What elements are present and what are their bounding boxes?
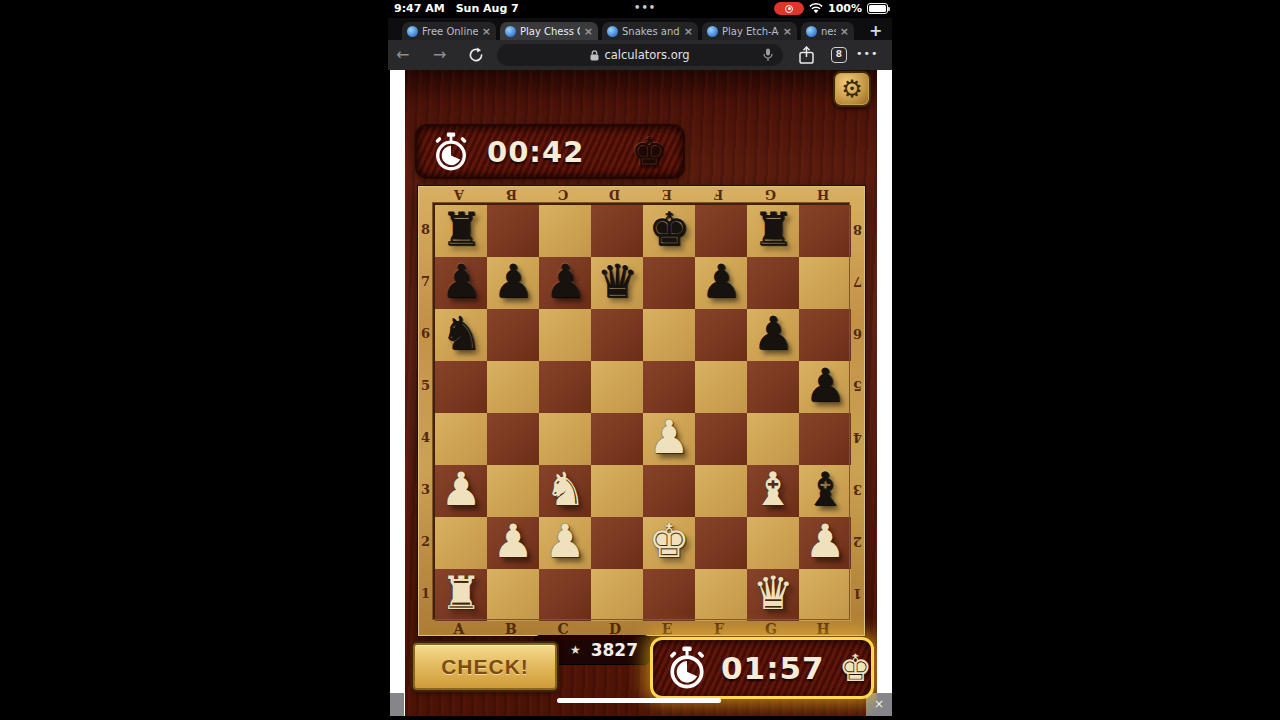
square-d2[interactable] bbox=[591, 517, 643, 569]
square-e7[interactable] bbox=[643, 257, 695, 309]
coord-label-1: 1 bbox=[853, 586, 862, 601]
square-g6[interactable]: ♟ bbox=[747, 309, 799, 361]
browser-menu-button[interactable]: ••• bbox=[856, 47, 878, 60]
screen-recording-indicator[interactable] bbox=[774, 2, 804, 15]
black-pawn-h5[interactable]: ♟ bbox=[804, 362, 845, 408]
white-pawn-e4[interactable]: ♟ bbox=[648, 414, 689, 460]
square-g7[interactable] bbox=[747, 257, 799, 309]
square-f4[interactable] bbox=[695, 413, 747, 465]
square-c7[interactable]: ♟ bbox=[539, 257, 591, 309]
tab-close-icon[interactable]: × bbox=[783, 25, 792, 38]
lock-icon bbox=[590, 50, 599, 61]
black-knight-a6[interactable]: ♞ bbox=[440, 310, 481, 356]
mic-icon[interactable] bbox=[763, 48, 773, 62]
tab-label: Play Etch-A-Se bbox=[722, 26, 779, 37]
tab-2[interactable]: Play Chess Onl× bbox=[500, 22, 598, 40]
forward-button[interactable]: → bbox=[433, 45, 446, 65]
coord-label-3: 3 bbox=[421, 482, 430, 497]
coord-label-d: D bbox=[609, 187, 620, 202]
tab-favicon-icon bbox=[505, 26, 516, 37]
square-f7[interactable]: ♟ bbox=[695, 257, 747, 309]
opponent-clock: 00:42 bbox=[487, 135, 584, 169]
black-bishop-h3[interactable]: ♝ bbox=[804, 466, 845, 512]
opponent-timer-panel: 00:42 ♚ bbox=[415, 124, 685, 179]
tab-bar: Free Online Bo×Play Chess Onl×Snakes and… bbox=[388, 18, 892, 40]
coord-label-5: 5 bbox=[421, 378, 430, 393]
square-b1[interactable] bbox=[487, 569, 539, 621]
files-top: ABCDEFGH bbox=[433, 186, 849, 203]
tab-close-icon[interactable]: × bbox=[840, 25, 849, 38]
square-a5[interactable] bbox=[435, 361, 487, 413]
score-value: 3827 bbox=[591, 640, 638, 660]
home-indicator[interactable] bbox=[557, 698, 721, 703]
tab-favicon-icon bbox=[806, 26, 817, 37]
black-rook-g8[interactable]: ♜ bbox=[752, 206, 793, 252]
coord-label-1: 1 bbox=[421, 586, 430, 601]
check-button[interactable]: CHECK! bbox=[413, 643, 557, 690]
new-tab-button[interactable]: + bbox=[869, 21, 882, 40]
tab-favicon-icon bbox=[607, 26, 618, 37]
tab-close-icon[interactable]: × bbox=[584, 25, 593, 38]
settings-button[interactable]: ⚙ bbox=[833, 71, 871, 107]
square-h2[interactable]: ♟ bbox=[799, 517, 851, 569]
white-knight-c3[interactable]: ♞ bbox=[544, 466, 585, 512]
coord-label-h: H bbox=[816, 621, 829, 637]
white-pawn-b2[interactable]: ♟ bbox=[492, 518, 533, 564]
address-bar[interactable]: calculators.org bbox=[497, 44, 783, 66]
square-h6[interactable] bbox=[799, 309, 851, 361]
tab-label: neswee bbox=[821, 26, 836, 37]
status-time: 9:47 AM bbox=[394, 2, 445, 15]
black-king-e8[interactable]: ♚ bbox=[648, 206, 689, 252]
tab-4[interactable]: Play Etch-A-Se× bbox=[702, 22, 797, 40]
square-b4[interactable] bbox=[487, 413, 539, 465]
square-h5[interactable]: ♟ bbox=[799, 361, 851, 413]
square-g4[interactable] bbox=[747, 413, 799, 465]
square-a8[interactable]: ♜ bbox=[435, 205, 487, 257]
square-f1[interactable] bbox=[695, 569, 747, 621]
chess-board: ABCDEFGH ABCDEFGH 87654321 87654321 ♜♚♜♟… bbox=[417, 185, 866, 637]
square-e8[interactable]: ♚ bbox=[643, 205, 695, 257]
coord-label-3: 3 bbox=[853, 482, 862, 497]
square-d7[interactable]: ♛ bbox=[591, 257, 643, 309]
share-icon[interactable] bbox=[799, 46, 814, 64]
square-g5[interactable] bbox=[747, 361, 799, 413]
square-a4[interactable] bbox=[435, 413, 487, 465]
stopwatch-icon bbox=[433, 132, 469, 172]
square-c4[interactable] bbox=[539, 413, 591, 465]
black-queen-d7[interactable]: ♛ bbox=[596, 258, 637, 304]
back-button[interactable]: ← bbox=[396, 45, 409, 65]
white-pawn-h2[interactable]: ♟ bbox=[804, 518, 845, 564]
stopwatch-icon bbox=[667, 646, 707, 690]
square-f8[interactable] bbox=[695, 205, 747, 257]
white-king-icon: ♚ bbox=[839, 650, 872, 687]
coord-label-a: A bbox=[454, 187, 464, 202]
square-d4[interactable] bbox=[591, 413, 643, 465]
black-pawn-c7[interactable]: ♟ bbox=[544, 258, 585, 304]
coord-label-7: 7 bbox=[853, 274, 862, 289]
square-f2[interactable] bbox=[695, 517, 747, 569]
tab-label: Free Online Bo bbox=[422, 26, 478, 37]
coord-label-6: 6 bbox=[421, 326, 430, 341]
coord-label-5: 5 bbox=[853, 378, 862, 393]
star-icon: ★ bbox=[570, 643, 581, 657]
square-d6[interactable] bbox=[591, 309, 643, 361]
square-a6[interactable]: ♞ bbox=[435, 309, 487, 361]
black-rook-a8[interactable]: ♜ bbox=[440, 206, 481, 252]
black-pawn-f7[interactable]: ♟ bbox=[700, 258, 741, 304]
square-e6[interactable] bbox=[643, 309, 695, 361]
square-c3[interactable]: ♞ bbox=[539, 465, 591, 517]
square-c8[interactable] bbox=[539, 205, 591, 257]
status-date: Sun Aug 7 bbox=[456, 2, 519, 15]
ad-close-button[interactable]: × bbox=[866, 693, 892, 716]
square-h7[interactable] bbox=[799, 257, 851, 309]
game-canvas: ⚙ 00:42 ♚ ABCD bbox=[405, 70, 877, 716]
status-bar: 9:47 AM Sun Aug 7 ••• 100% bbox=[388, 0, 892, 18]
tab-favicon-icon bbox=[707, 26, 718, 37]
tab-label: Play Chess Onl bbox=[520, 26, 580, 37]
square-d5[interactable] bbox=[591, 361, 643, 413]
white-rook-a1[interactable]: ♜ bbox=[440, 570, 481, 616]
coord-label-8: 8 bbox=[853, 222, 862, 237]
browser-window: 9:47 AM Sun Aug 7 ••• 100% bbox=[388, 0, 892, 720]
square-h3[interactable]: ♝ bbox=[799, 465, 851, 517]
black-pawn-b7[interactable]: ♟ bbox=[492, 258, 533, 304]
coord-label-h: H bbox=[817, 187, 829, 202]
white-king-e2[interactable]: ♚ bbox=[648, 518, 689, 564]
square-c6[interactable] bbox=[539, 309, 591, 361]
coord-label-a: A bbox=[454, 621, 465, 637]
black-pawn-a7[interactable]: ♟ bbox=[440, 258, 481, 304]
coord-label-f: F bbox=[714, 621, 724, 637]
square-h1[interactable] bbox=[799, 569, 851, 621]
square-e2[interactable]: ♚ bbox=[643, 517, 695, 569]
white-bishop-g3[interactable]: ♝ bbox=[752, 466, 793, 512]
square-b3[interactable] bbox=[487, 465, 539, 517]
reload-button[interactable] bbox=[468, 47, 484, 63]
coord-label-b: B bbox=[506, 187, 517, 202]
square-d1[interactable] bbox=[591, 569, 643, 621]
square-g8[interactable]: ♜ bbox=[747, 205, 799, 257]
square-e4[interactable]: ♟ bbox=[643, 413, 695, 465]
coord-label-g: G bbox=[765, 621, 777, 637]
square-g3[interactable]: ♝ bbox=[747, 465, 799, 517]
square-b7[interactable]: ♟ bbox=[487, 257, 539, 309]
screen: 9:47 AM Sun Aug 7 ••• 100% bbox=[0, 0, 1280, 720]
coord-label-6: 6 bbox=[853, 326, 862, 341]
url-text: calculators.org bbox=[604, 48, 689, 62]
tab-close-icon[interactable]: × bbox=[482, 25, 491, 38]
square-a2[interactable] bbox=[435, 517, 487, 569]
square-d8[interactable] bbox=[591, 205, 643, 257]
tab-close-icon[interactable]: × bbox=[684, 25, 693, 38]
square-f6[interactable] bbox=[695, 309, 747, 361]
square-c2[interactable]: ♟ bbox=[539, 517, 591, 569]
square-h8[interactable] bbox=[799, 205, 851, 257]
coord-label-g: G bbox=[765, 187, 776, 202]
tab-5[interactable]: neswee× bbox=[801, 22, 854, 40]
coord-label-c: C bbox=[558, 187, 568, 202]
wifi-icon bbox=[809, 3, 823, 14]
battery-percent: 100% bbox=[828, 2, 862, 15]
coord-label-e: E bbox=[662, 187, 672, 202]
ad-banner-edge bbox=[390, 693, 404, 716]
tab-favicon-icon bbox=[407, 26, 418, 37]
square-a7[interactable]: ♟ bbox=[435, 257, 487, 309]
tab-3[interactable]: Snakes and La× bbox=[602, 22, 698, 40]
battery-icon bbox=[867, 3, 888, 14]
coord-label-7: 7 bbox=[421, 274, 430, 289]
coord-label-2: 2 bbox=[853, 534, 862, 549]
coord-label-f: F bbox=[714, 187, 723, 202]
bottom-strip bbox=[388, 716, 892, 720]
square-g2[interactable] bbox=[747, 517, 799, 569]
square-a3[interactable]: ♟ bbox=[435, 465, 487, 517]
square-f3[interactable] bbox=[695, 465, 747, 517]
tab-1[interactable]: Free Online Bo× bbox=[402, 22, 496, 40]
coord-label-4: 4 bbox=[421, 430, 430, 445]
square-b2[interactable]: ♟ bbox=[487, 517, 539, 569]
square-b8[interactable] bbox=[487, 205, 539, 257]
player-timer-panel: 01:57 ♚ bbox=[650, 637, 874, 699]
coord-label-b: B bbox=[505, 621, 517, 637]
record-icon bbox=[785, 5, 793, 13]
square-e3[interactable] bbox=[643, 465, 695, 517]
gear-icon: ⚙ bbox=[841, 77, 863, 101]
square-b5[interactable] bbox=[487, 361, 539, 413]
square-a1[interactable]: ♜ bbox=[435, 569, 487, 621]
tab-strip: Free Online Bo×Play Chess Onl×Snakes and… bbox=[402, 22, 854, 40]
tab-overview-button[interactable]: 8 bbox=[831, 47, 847, 63]
square-e5[interactable] bbox=[643, 361, 695, 413]
coord-label-8: 8 bbox=[421, 222, 430, 237]
player-clock: 01:57 bbox=[721, 650, 825, 686]
black-king-icon: ♚ bbox=[631, 132, 667, 172]
square-h4[interactable] bbox=[799, 413, 851, 465]
web-page: ⚙ 00:42 ♚ ABCD bbox=[390, 70, 892, 720]
nav-bar: ← → calculators.org bbox=[388, 40, 892, 70]
coord-label-4: 4 bbox=[853, 430, 862, 445]
ranks-left: 87654321 bbox=[418, 203, 433, 619]
board-grid: ♜♚♜♟♟♟♛♟♞♟♟♟♟♞♝♝♟♟♚♟♜♛ bbox=[433, 203, 849, 619]
square-f5[interactable] bbox=[695, 361, 747, 413]
black-pawn-g6[interactable]: ♟ bbox=[752, 310, 793, 356]
white-queen-g1[interactable]: ♛ bbox=[752, 570, 793, 616]
coord-label-2: 2 bbox=[421, 534, 430, 549]
square-c1[interactable] bbox=[539, 569, 591, 621]
square-d3[interactable] bbox=[591, 465, 643, 517]
square-g1[interactable]: ♛ bbox=[747, 569, 799, 621]
square-c5[interactable] bbox=[539, 361, 591, 413]
white-pawn-c2[interactable]: ♟ bbox=[544, 518, 585, 564]
status-menu-dots-icon: ••• bbox=[634, 2, 656, 13]
square-b6[interactable] bbox=[487, 309, 539, 361]
coord-label-e: E bbox=[662, 621, 673, 637]
square-e1[interactable] bbox=[643, 569, 695, 621]
white-pawn-a3[interactable]: ♟ bbox=[440, 466, 481, 512]
ranks-right: 87654321 bbox=[849, 203, 867, 619]
tab-label: Snakes and La bbox=[622, 26, 680, 37]
